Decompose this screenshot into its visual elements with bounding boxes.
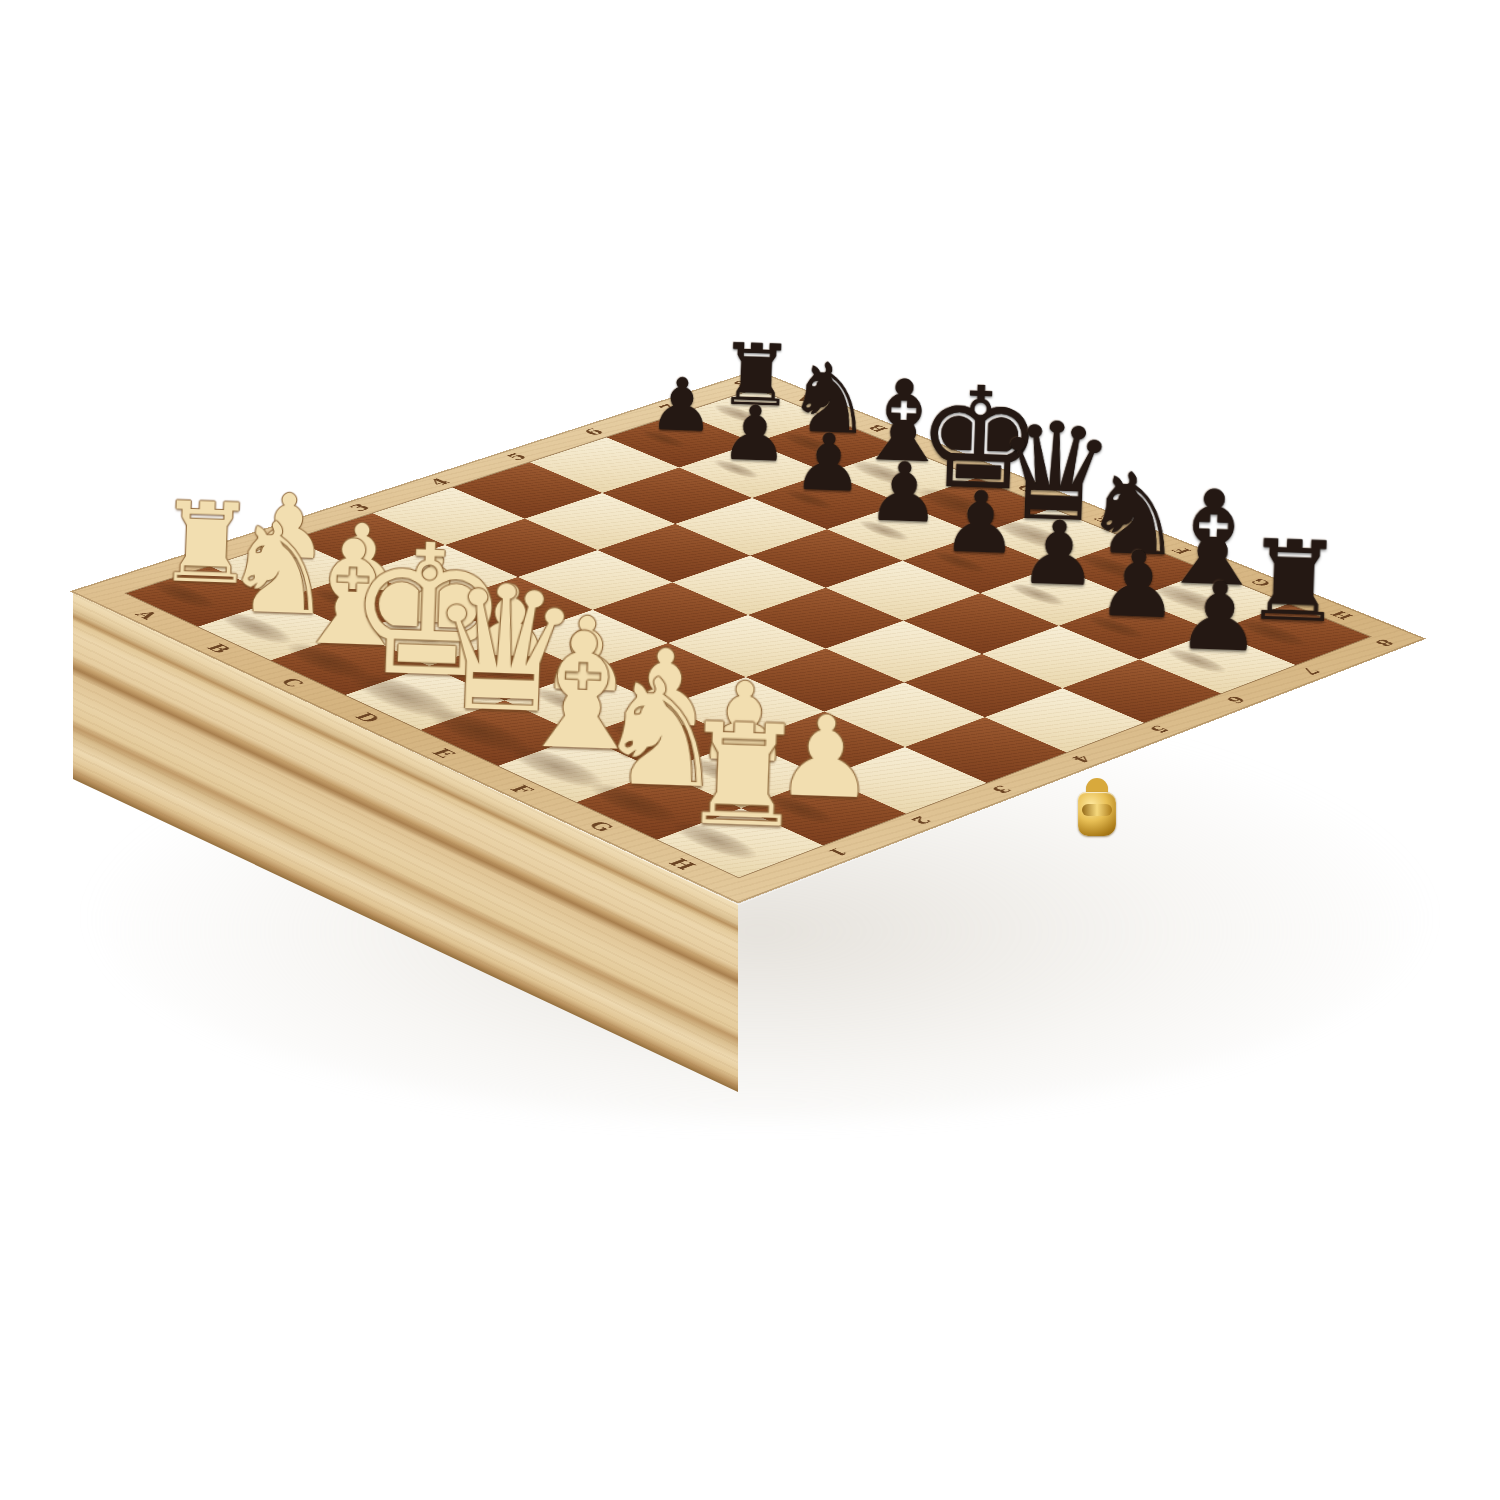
square-h6[interactable] — [1062, 659, 1220, 722]
file-label-white-b: B — [201, 642, 236, 655]
rank-label-right-6: 6 — [1221, 694, 1250, 706]
clasp-curl-icon — [1082, 804, 1112, 816]
rank-label-right-2: 2 — [906, 814, 936, 827]
rank-label-right-1: 1 — [823, 846, 853, 859]
rank-label-right-3: 3 — [987, 783, 1017, 795]
white-rook-glyph: ♜ — [602, 704, 882, 847]
square-f5[interactable] — [825, 620, 982, 682]
file-label-white-h: H — [663, 856, 702, 872]
rank-label-left-4: 4 — [425, 476, 455, 488]
square-h5[interactable] — [984, 688, 1144, 752]
rank-label-left-5: 5 — [502, 451, 532, 462]
rank-label-right-5: 5 — [1145, 723, 1174, 735]
black-pawn-glyph: ♟ — [1105, 569, 1333, 666]
file-label-white-a: A — [130, 609, 164, 622]
product-photo-stage: AABBCCDDEEFFGGHH1122334455667788♜♞♝♚♛♞♝♜… — [0, 0, 1500, 1500]
brass-clasp — [1072, 778, 1122, 840]
rank-label-right-7: 7 — [1297, 665, 1326, 677]
rank-label-right-8: 8 — [1370, 637, 1399, 648]
rank-label-right-4: 4 — [1067, 753, 1096, 765]
